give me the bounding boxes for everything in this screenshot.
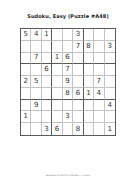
cell-r2c1[interactable] (21, 41, 31, 53)
cell-r6c1[interactable] (21, 88, 31, 100)
cell-r9c2[interactable] (31, 123, 41, 135)
cell-r3c6[interactable] (73, 53, 83, 65)
cell-r9c5[interactable] (63, 123, 73, 135)
cell-r5c5: 9 (63, 76, 73, 88)
cell-r1c7[interactable] (84, 29, 94, 41)
cell-r2c9: 3 (105, 41, 115, 53)
cell-r3c8[interactable] (94, 53, 104, 65)
cell-r4c6[interactable] (73, 64, 83, 76)
cell-r3c7[interactable] (84, 53, 94, 65)
cell-r2c5[interactable] (63, 41, 73, 53)
cell-r6c8: 4 (94, 88, 104, 100)
cell-r2c4[interactable] (52, 41, 62, 53)
cell-r7c9: 4 (105, 100, 115, 112)
cell-r3c4: 1 (52, 53, 62, 65)
cell-r8c7[interactable] (84, 111, 94, 123)
cell-r3c5: 6 (63, 53, 73, 65)
cell-r7c3[interactable] (42, 100, 52, 112)
cell-r9c6: 8 (73, 123, 83, 135)
cell-r1c4[interactable] (52, 29, 62, 41)
cell-r8c1: 1 (21, 111, 31, 123)
cell-r2c6: 7 (73, 41, 83, 53)
cell-r1c1: 5 (21, 29, 31, 41)
cell-r5c9[interactable] (105, 76, 115, 88)
cell-r8c4[interactable] (52, 111, 62, 123)
cell-r4c9[interactable] (105, 64, 115, 76)
cell-r1c3: 1 (42, 29, 52, 41)
cell-r3c1[interactable] (21, 53, 31, 65)
cell-r6c3[interactable] (42, 88, 52, 100)
cell-r7c8[interactable] (94, 100, 104, 112)
cell-r2c2[interactable] (31, 41, 41, 53)
cell-r7c5[interactable] (63, 100, 73, 112)
sudoku-board: 5413783716672597861494133681 (20, 28, 116, 136)
cell-r6c4[interactable] (52, 88, 62, 100)
cell-r6c9[interactable] (105, 88, 115, 100)
cell-r9c7[interactable] (84, 123, 94, 135)
cell-r9c1[interactable] (21, 123, 31, 135)
cell-r5c7[interactable] (84, 76, 94, 88)
cell-r5c1: 2 (21, 76, 31, 88)
cell-r2c8[interactable] (94, 41, 104, 53)
cell-r8c9[interactable] (105, 111, 115, 123)
cell-r1c9[interactable] (105, 29, 115, 41)
cell-r8c6[interactable] (73, 111, 83, 123)
cell-r7c7[interactable] (84, 100, 94, 112)
sudoku-print-page: Sudoku, Easy (Puzzle #A48) 5413783716672… (0, 13, 136, 176)
cell-r9c8[interactable] (94, 123, 104, 135)
cell-r6c7: 1 (84, 88, 94, 100)
cell-r5c2: 5 (31, 76, 41, 88)
cell-r4c5: 7 (63, 64, 73, 76)
cell-r5c8: 7 (94, 76, 104, 88)
cell-r7c1[interactable] (21, 100, 31, 112)
cell-r8c3[interactable] (42, 111, 52, 123)
cell-r1c6: 3 (73, 29, 83, 41)
footer-url: www.printsudoku.com (0, 173, 136, 176)
cell-r1c2: 4 (31, 29, 41, 41)
cell-r8c8[interactable] (94, 111, 104, 123)
cell-r8c5: 3 (63, 111, 73, 123)
cell-r5c6[interactable] (73, 76, 83, 88)
cell-r3c9[interactable] (105, 53, 115, 65)
cell-r4c1[interactable] (21, 64, 31, 76)
cell-r9c9: 1 (105, 123, 115, 135)
cell-r5c4[interactable] (52, 76, 62, 88)
cell-r9c3: 3 (42, 123, 52, 135)
cell-r4c7[interactable] (84, 64, 94, 76)
cell-r6c2[interactable] (31, 88, 41, 100)
cell-r5c3[interactable] (42, 76, 52, 88)
cell-r6c5: 8 (63, 88, 73, 100)
cell-r7c2: 9 (31, 100, 41, 112)
cell-r4c4[interactable] (52, 64, 62, 76)
cell-r7c4[interactable] (52, 100, 62, 112)
puzzle-title: Sudoku, Easy (Puzzle #A48) (0, 13, 136, 19)
cell-r4c3: 6 (42, 64, 52, 76)
cell-r9c4: 6 (52, 123, 62, 135)
cell-r6c6: 6 (73, 88, 83, 100)
cell-r2c3[interactable] (42, 41, 52, 53)
cell-r3c3[interactable] (42, 53, 52, 65)
cell-r4c8[interactable] (94, 64, 104, 76)
cell-r3c2: 7 (31, 53, 41, 65)
cell-r4c2[interactable] (31, 64, 41, 76)
cell-r7c6[interactable] (73, 100, 83, 112)
cell-r1c8[interactable] (94, 29, 104, 41)
cell-r8c2[interactable] (31, 111, 41, 123)
cell-r1c5[interactable] (63, 29, 73, 41)
cell-r2c7: 8 (84, 41, 94, 53)
